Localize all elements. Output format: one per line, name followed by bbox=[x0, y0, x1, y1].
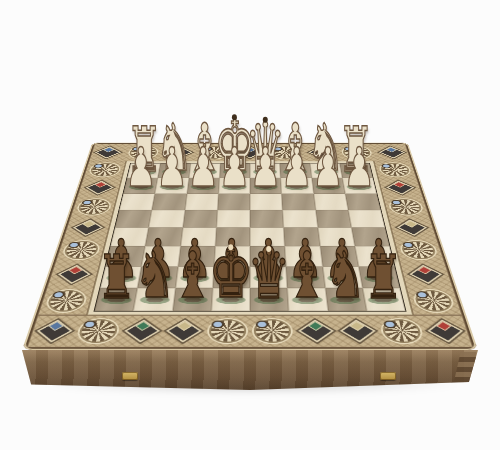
rosette-center-dot bbox=[402, 242, 415, 248]
piece-black-queen-d8[interactable]: ♛ bbox=[248, 264, 291, 302]
diamond-medallion-icon bbox=[56, 266, 91, 284]
diamond-core bbox=[49, 321, 64, 331]
rosette-circle bbox=[379, 163, 411, 176]
diamond-shape bbox=[379, 146, 405, 158]
queen-finial-icon bbox=[267, 246, 272, 252]
rosette-center-dot bbox=[68, 242, 81, 248]
bishop-glyph: ♝ bbox=[287, 251, 328, 302]
diamond-core bbox=[95, 182, 107, 188]
diamond-shape bbox=[409, 265, 442, 284]
rosette-center-dot bbox=[211, 320, 224, 328]
piece-black-bishop-c8[interactable]: ♝ bbox=[287, 266, 328, 302]
diamond-medallion-icon bbox=[123, 320, 160, 341]
diamond-shape bbox=[340, 320, 376, 343]
piece-white-pawn-f2[interactable]: ♟ bbox=[188, 161, 219, 189]
rosette-medallion-icon bbox=[381, 319, 423, 343]
rosette-center-dot bbox=[82, 320, 96, 328]
diamond-shape bbox=[58, 265, 91, 284]
diamond-shape bbox=[427, 320, 463, 343]
king-finial-icon bbox=[232, 114, 237, 120]
knight-glyph: ♞ bbox=[134, 251, 175, 302]
diamond-shape bbox=[73, 220, 103, 236]
square-h4[interactable] bbox=[115, 210, 152, 228]
piece-black-knight-b8[interactable]: ♞ bbox=[325, 266, 366, 302]
chess-set-photo: ♜♞♝♛♚♝♞♜♟♟♟♟♟♟♟♟♟♟♟♟♟♟♟♟♜♞♝♛♚♝♞♜ bbox=[0, 0, 500, 450]
diamond-core bbox=[177, 321, 192, 331]
pawn-glyph: ♟ bbox=[219, 145, 250, 188]
bishop-glyph: ♝ bbox=[172, 251, 213, 302]
diamond-shape bbox=[37, 320, 73, 343]
square-f4[interactable] bbox=[183, 210, 218, 228]
diamond-core bbox=[418, 266, 432, 274]
diamond-medallion-icon bbox=[166, 320, 201, 341]
piece-white-pawn-c2[interactable]: ♟ bbox=[281, 161, 312, 189]
pawn-glyph: ♟ bbox=[281, 145, 312, 188]
piece-black-rook-h8[interactable]: ♜ bbox=[97, 268, 136, 303]
diamond-medallion-icon bbox=[396, 220, 428, 235]
knight-glyph: ♞ bbox=[325, 251, 366, 302]
diamond-medallion-icon bbox=[85, 181, 115, 194]
piece-white-pawn-d2[interactable]: ♟ bbox=[250, 161, 281, 189]
rosette-center-dot bbox=[415, 291, 429, 298]
rosette-medallion-icon bbox=[254, 319, 292, 343]
piece-white-pawn-e2[interactable]: ♟ bbox=[219, 161, 250, 189]
rosette-circle bbox=[381, 319, 423, 343]
diamond-core bbox=[350, 321, 365, 331]
queen-finial-icon bbox=[263, 116, 268, 122]
queen-glyph: ♛ bbox=[248, 249, 291, 302]
diamond-shape bbox=[124, 320, 160, 343]
piece-white-pawn-h2[interactable]: ♟ bbox=[125, 161, 156, 189]
diamond-shape bbox=[298, 320, 334, 343]
rosette-circle bbox=[62, 241, 100, 259]
rosette-circle bbox=[45, 290, 87, 311]
hinge-icon bbox=[380, 372, 396, 380]
diamond-medallion-icon bbox=[426, 320, 465, 341]
piece-white-pawn-g2[interactable]: ♟ bbox=[156, 161, 187, 189]
rosette-circle bbox=[413, 290, 455, 311]
square-b4[interactable] bbox=[315, 210, 351, 228]
diamond-core bbox=[83, 221, 96, 228]
piece-white-pawn-b2[interactable]: ♟ bbox=[312, 161, 343, 189]
rosette-center-dot bbox=[381, 164, 392, 169]
rosette-circle bbox=[77, 319, 119, 343]
rosette-medallion-icon bbox=[208, 319, 246, 343]
piece-black-rook-a8[interactable]: ♜ bbox=[364, 268, 403, 303]
diamond-shape bbox=[86, 181, 114, 195]
rosette-circle bbox=[77, 199, 111, 214]
diamond-medallion-icon bbox=[94, 147, 121, 158]
diamond-medallion-icon bbox=[35, 320, 74, 341]
square-e4[interactable] bbox=[216, 210, 250, 228]
diamond-shape bbox=[397, 220, 427, 236]
rosette-center-dot bbox=[256, 320, 269, 328]
diamond-core bbox=[394, 182, 406, 188]
diamond-medallion-icon bbox=[299, 320, 334, 341]
diamond-medallion-icon bbox=[72, 220, 104, 235]
rosette-circle bbox=[389, 199, 423, 214]
rook-glyph: ♜ bbox=[97, 254, 136, 302]
diamond-shape bbox=[95, 146, 121, 158]
diamond-core bbox=[386, 147, 397, 152]
diamond-shape bbox=[386, 181, 414, 195]
rosette-medallion-icon bbox=[413, 290, 455, 311]
king-finial-icon bbox=[228, 244, 233, 250]
piece-black-king-e8[interactable]: ♚ bbox=[209, 262, 254, 302]
diamond-core bbox=[308, 321, 323, 331]
rosette-medallion-icon bbox=[77, 199, 111, 214]
diamond-core bbox=[405, 221, 418, 228]
rosette-medallion-icon bbox=[400, 241, 438, 259]
pawn-glyph: ♟ bbox=[250, 145, 281, 188]
rosette-medallion-icon bbox=[77, 319, 119, 343]
diamond-core bbox=[135, 321, 150, 331]
dovetail-joint bbox=[454, 352, 476, 384]
rosette-medallion-icon bbox=[45, 290, 87, 311]
box-front-side bbox=[22, 350, 478, 390]
pawn-glyph: ♟ bbox=[156, 145, 187, 188]
pawn-glyph: ♟ bbox=[343, 145, 374, 188]
pawn-glyph: ♟ bbox=[125, 145, 156, 188]
pawn-glyph: ♟ bbox=[188, 145, 219, 188]
rosette-center-dot bbox=[391, 200, 403, 205]
diamond-shape bbox=[166, 320, 202, 343]
square-a4[interactable] bbox=[348, 210, 385, 228]
diamond-core bbox=[103, 147, 114, 152]
diamond-core bbox=[69, 266, 83, 274]
rosette-circle bbox=[89, 163, 121, 176]
hinge-icon bbox=[122, 372, 138, 380]
pawn-glyph: ♟ bbox=[312, 145, 343, 188]
mosaic-border-bottom bbox=[27, 315, 473, 347]
diamond-medallion-icon bbox=[378, 147, 405, 158]
rosette-center-dot bbox=[383, 320, 397, 328]
rosette-circle bbox=[254, 319, 292, 343]
rosette-medallion-icon bbox=[389, 199, 423, 214]
diamond-medallion-icon bbox=[408, 266, 443, 284]
rosette-center-dot bbox=[51, 291, 65, 298]
piece-white-pawn-a2[interactable]: ♟ bbox=[343, 161, 374, 189]
square-g4[interactable] bbox=[149, 210, 185, 228]
rosette-center-dot bbox=[81, 200, 93, 205]
piece-black-knight-g8[interactable]: ♞ bbox=[134, 266, 175, 302]
rosette-medallion-icon bbox=[379, 163, 411, 176]
square-c4[interactable] bbox=[283, 210, 318, 228]
rosette-medallion-icon bbox=[62, 241, 100, 259]
diamond-medallion-icon bbox=[340, 320, 377, 341]
rosette-circle bbox=[208, 319, 246, 343]
rosette-center-dot bbox=[93, 164, 104, 169]
diamond-core bbox=[436, 321, 451, 331]
piece-black-bishop-f8[interactable]: ♝ bbox=[172, 266, 213, 302]
square-d4[interactable] bbox=[250, 210, 284, 228]
king-glyph: ♚ bbox=[209, 247, 254, 303]
rosette-circle bbox=[400, 241, 438, 259]
rosette-medallion-icon bbox=[89, 163, 121, 176]
diamond-medallion-icon bbox=[386, 181, 416, 194]
rook-glyph: ♜ bbox=[364, 254, 403, 302]
